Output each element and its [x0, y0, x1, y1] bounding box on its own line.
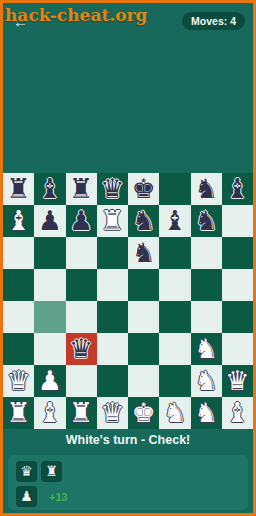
- square-g1[interactable]: ♞: [191, 397, 222, 429]
- square-f7[interactable]: ♝: [159, 205, 190, 237]
- square-c7[interactable]: ♟: [66, 205, 97, 237]
- square-d7[interactable]: ♜: [97, 205, 128, 237]
- square-d1[interactable]: ♛: [97, 397, 128, 429]
- square-d2[interactable]: [97, 365, 128, 397]
- square-a3[interactable]: [3, 333, 34, 365]
- black-pawn-piece: ♟: [69, 205, 93, 237]
- square-g2[interactable]: ♞: [191, 365, 222, 397]
- black-king-piece: ♚: [132, 173, 156, 205]
- square-f4[interactable]: [159, 301, 190, 333]
- square-a4[interactable]: [3, 301, 34, 333]
- square-b3[interactable]: [34, 333, 65, 365]
- square-c2[interactable]: [66, 365, 97, 397]
- white-queen-piece: ♛: [225, 365, 249, 397]
- square-b8[interactable]: ♝: [34, 173, 65, 205]
- square-h3[interactable]: [222, 333, 253, 365]
- square-h1[interactable]: ♝: [222, 397, 253, 429]
- material-score: +13: [49, 491, 68, 503]
- square-f6[interactable]: [159, 237, 190, 269]
- square-d5[interactable]: [97, 269, 128, 301]
- queen-icon: ♛: [20, 461, 33, 482]
- watermark-text: hack-cheat.org: [5, 5, 147, 25]
- captured-pawn-tile: ♟: [16, 486, 37, 507]
- black-bishop-piece: ♝: [38, 173, 62, 205]
- square-f3[interactable]: [159, 333, 190, 365]
- white-pawn-piece: ♟: [38, 365, 62, 397]
- square-g7[interactable]: ♞: [191, 205, 222, 237]
- square-d3[interactable]: [97, 333, 128, 365]
- square-e1[interactable]: ♚: [128, 397, 159, 429]
- white-bishop-piece: ♝: [38, 397, 62, 429]
- black-knight-piece: ♞: [194, 173, 218, 205]
- rook-icon: ♜: [45, 461, 58, 482]
- square-b5[interactable]: [34, 269, 65, 301]
- black-rook-piece: ♜: [69, 173, 93, 205]
- captured-pieces-panel: ♛♜ +13 ♟: [8, 455, 248, 510]
- square-b6[interactable]: [34, 237, 65, 269]
- square-e8[interactable]: ♚: [128, 173, 159, 205]
- square-g5[interactable]: [191, 269, 222, 301]
- square-h4[interactable]: [222, 301, 253, 333]
- white-knight-piece: ♞: [194, 397, 218, 429]
- white-bishop-piece: ♝: [225, 397, 249, 429]
- captured-queen-tile: ♛: [16, 461, 37, 482]
- white-bishop-piece: ♝: [7, 205, 31, 237]
- square-e6[interactable]: ♞: [128, 237, 159, 269]
- black-knight-piece: ♞: [132, 237, 156, 269]
- black-queen-piece: ♛: [100, 173, 124, 205]
- square-g8[interactable]: ♞: [191, 173, 222, 205]
- square-g3[interactable]: ♞: [191, 333, 222, 365]
- black-knight-piece: ♞: [132, 205, 156, 237]
- square-c4[interactable]: [66, 301, 97, 333]
- chess-board: ♜♝♜♛♚♞♝♝♟♟♜♞♝♞♞♛♞♛♟♞♛♜♝♜♛♚♞♞♝: [3, 173, 253, 429]
- white-queen-piece: ♛: [100, 397, 124, 429]
- square-a5[interactable]: [3, 269, 34, 301]
- pawn-icon: ♟: [20, 486, 33, 507]
- square-a1[interactable]: ♜: [3, 397, 34, 429]
- square-a8[interactable]: ♜: [3, 173, 34, 205]
- black-rook-piece: ♜: [7, 173, 31, 205]
- square-h2[interactable]: ♛: [222, 365, 253, 397]
- square-f2[interactable]: [159, 365, 190, 397]
- black-bishop-piece: ♝: [225, 173, 249, 205]
- moves-counter-badge: Moves: 4: [182, 12, 245, 30]
- black-queen-piece: ♛: [69, 333, 93, 365]
- square-h6[interactable]: [222, 237, 253, 269]
- square-g6[interactable]: [191, 237, 222, 269]
- square-e5[interactable]: [128, 269, 159, 301]
- white-knight-piece: ♞: [194, 365, 218, 397]
- square-f5[interactable]: [159, 269, 190, 301]
- app-screen: hack-cheat.org ← Moves: 4 ♜♝♜♛♚♞♝♝♟♟♜♞♝♞…: [0, 0, 256, 516]
- white-queen-piece: ♛: [7, 365, 31, 397]
- square-a6[interactable]: [3, 237, 34, 269]
- square-b2[interactable]: ♟: [34, 365, 65, 397]
- white-knight-piece: ♞: [194, 333, 218, 365]
- square-c6[interactable]: [66, 237, 97, 269]
- square-e7[interactable]: ♞: [128, 205, 159, 237]
- square-c8[interactable]: ♜: [66, 173, 97, 205]
- square-e2[interactable]: [128, 365, 159, 397]
- square-a2[interactable]: ♛: [3, 365, 34, 397]
- black-bishop-piece: ♝: [163, 205, 187, 237]
- square-d6[interactable]: [97, 237, 128, 269]
- square-c3[interactable]: ♛: [66, 333, 97, 365]
- square-c5[interactable]: [66, 269, 97, 301]
- white-rook-piece: ♜: [69, 397, 93, 429]
- turn-status-text: White's turn - Check!: [3, 433, 253, 447]
- white-king-piece: ♚: [132, 397, 156, 429]
- square-h7[interactable]: [222, 205, 253, 237]
- white-rook-piece: ♜: [7, 397, 31, 429]
- captured-row: ♛♜: [16, 461, 240, 482]
- square-e3[interactable]: [128, 333, 159, 365]
- square-h5[interactable]: [222, 269, 253, 301]
- square-f1[interactable]: ♞: [159, 397, 190, 429]
- square-h8[interactable]: ♝: [222, 173, 253, 205]
- square-b1[interactable]: ♝: [34, 397, 65, 429]
- square-b7[interactable]: ♟: [34, 205, 65, 237]
- square-d8[interactable]: ♛: [97, 173, 128, 205]
- square-a7[interactable]: ♝: [3, 205, 34, 237]
- captured-rook-tile: ♜: [41, 461, 62, 482]
- white-rook-piece: ♜: [100, 205, 124, 237]
- square-b4[interactable]: [34, 301, 65, 333]
- square-g4[interactable]: [191, 301, 222, 333]
- black-pawn-piece: ♟: [38, 205, 62, 237]
- square-e4[interactable]: [128, 301, 159, 333]
- captured-row: +13 ♟: [16, 486, 240, 507]
- white-knight-piece: ♞: [163, 397, 187, 429]
- square-f8[interactable]: [159, 173, 190, 205]
- square-d4[interactable]: [97, 301, 128, 333]
- black-knight-piece: ♞: [194, 205, 218, 237]
- square-c1[interactable]: ♜: [66, 397, 97, 429]
